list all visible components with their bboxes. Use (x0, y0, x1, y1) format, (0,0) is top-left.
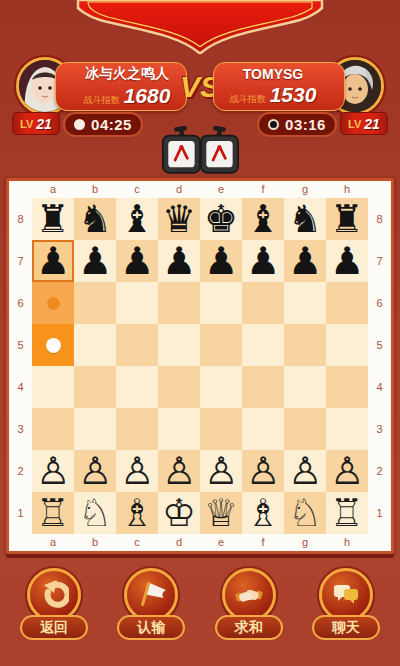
square-h4[interactable] (326, 366, 368, 408)
piece-white-rook: ♖ (326, 492, 368, 534)
rank-label: 7 (368, 240, 391, 282)
piece-white-pawn: ♙ (200, 450, 242, 492)
piece-white-knight: ♘ (74, 492, 116, 534)
timer-value-right: 03:16 (285, 116, 326, 133)
square-f4[interactable] (242, 366, 284, 408)
file-labels-bottom: abcdefgh (32, 534, 368, 551)
top-ribbon-banner (0, 0, 400, 60)
level-value-right: 21 (364, 116, 380, 132)
square-a6[interactable] (32, 282, 74, 324)
chat-button[interactable]: 聊天 (308, 568, 384, 640)
piece-white-pawn: ♙ (326, 450, 368, 492)
piece-black-pawn: ♟ (158, 240, 200, 282)
square-b1[interactable]: ♘ (74, 492, 116, 534)
resign-button-label: 认输 (137, 619, 165, 637)
file-label: h (326, 181, 368, 198)
piece-white-pawn: ♙ (32, 450, 74, 492)
square-h8[interactable]: ♜ (326, 198, 368, 240)
piece-black-bishop: ♝ (116, 198, 158, 240)
rank-label: 2 (9, 450, 32, 492)
level-label-left: LV (20, 118, 33, 130)
app-root: 冰与火之鸣人 战斗指数 1680 LV 21 04:25 VS (0, 0, 400, 666)
white-side-dot-icon (74, 119, 85, 130)
square-a2[interactable]: ♙ (32, 450, 74, 492)
square-c1[interactable]: ♗ (116, 492, 158, 534)
piece-black-pawn: ♟ (242, 240, 284, 282)
square-f8[interactable]: ♝ (242, 198, 284, 240)
square-f7[interactable]: ♟ (242, 240, 284, 282)
footer-toolbar: 返回 认输 (0, 554, 400, 640)
square-f6[interactable] (242, 282, 284, 324)
player-card-right[interactable]: TOMYSG 战斗指数 1530 (213, 62, 345, 111)
square-e6[interactable] (200, 282, 242, 324)
square-b7[interactable]: ♟ (74, 240, 116, 282)
square-d4[interactable] (158, 366, 200, 408)
square-d6[interactable] (158, 282, 200, 324)
rank-label: 1 (368, 492, 391, 534)
rank-labels-left: 87654321 (9, 198, 32, 534)
file-label: f (242, 181, 284, 198)
square-g8[interactable]: ♞ (284, 198, 326, 240)
square-f2[interactable]: ♙ (242, 450, 284, 492)
rank-label: 8 (9, 198, 32, 240)
player-name-right: TOMYSG (243, 66, 303, 82)
rank-label: 5 (368, 324, 391, 366)
chat-button-label: 聊天 (332, 619, 360, 637)
rank-label: 3 (368, 408, 391, 450)
rank-label: 4 (9, 366, 32, 408)
square-a4[interactable] (32, 366, 74, 408)
square-d7[interactable]: ♟ (158, 240, 200, 282)
file-label: a (32, 181, 74, 198)
black-side-dot-icon (268, 119, 279, 130)
square-c5[interactable] (116, 324, 158, 366)
back-button-label: 返回 (40, 619, 68, 637)
chat-button-pill: 聊天 (312, 615, 380, 640)
file-label: d (158, 534, 200, 551)
chess-board: abcdefgh 87654321 ♜♞♝♛♚♝♞♜♟♟♟♟♟♟♟♟♙♙♙♙♙♙… (6, 178, 394, 554)
square-d8[interactable]: ♛ (158, 198, 200, 240)
square-a8[interactable]: ♜ (32, 198, 74, 240)
file-label: g (284, 534, 326, 551)
piece-black-pawn: ♟ (284, 240, 326, 282)
square-e5[interactable] (200, 324, 242, 366)
piece-black-pawn: ♟ (74, 240, 116, 282)
piece-white-knight: ♘ (284, 492, 326, 534)
rank-label: 7 (9, 240, 32, 282)
square-e8[interactable]: ♚ (200, 198, 242, 240)
piece-black-queen: ♛ (158, 198, 200, 240)
file-label: c (116, 534, 158, 551)
square-f1[interactable]: ♗ (242, 492, 284, 534)
back-button-pill: 返回 (20, 615, 88, 640)
rank-label: 3 (9, 408, 32, 450)
square-e4[interactable] (200, 366, 242, 408)
square-f5[interactable] (242, 324, 284, 366)
square-e2[interactable]: ♙ (200, 450, 242, 492)
square-a5[interactable] (32, 324, 74, 366)
level-label-right: LV (348, 118, 361, 130)
square-h5[interactable] (326, 324, 368, 366)
piece-black-pawn: ♟ (326, 240, 368, 282)
square-e7[interactable]: ♟ (200, 240, 242, 282)
board-frame: abcdefgh 87654321 ♜♞♝♛♚♝♞♜♟♟♟♟♟♟♟♟♙♙♙♙♙♙… (9, 181, 391, 551)
square-h1[interactable]: ♖ (326, 492, 368, 534)
file-label: e (200, 181, 242, 198)
square-b4[interactable] (74, 366, 116, 408)
square-g4[interactable] (284, 366, 326, 408)
draw-button-pill: 求和 (215, 615, 283, 640)
undo-arrow-icon (27, 568, 81, 622)
rank-label: 6 (9, 282, 32, 324)
square-b2[interactable]: ♙ (74, 450, 116, 492)
rank-label: 2 (368, 450, 391, 492)
rank-labels-right: 87654321 (368, 198, 391, 534)
square-c3[interactable] (116, 408, 158, 450)
rank-label: 1 (9, 492, 32, 534)
timer-value-left: 04:25 (91, 116, 132, 133)
white-flag-icon (124, 568, 178, 622)
piece-white-bishop: ♗ (242, 492, 284, 534)
square-b5[interactable] (74, 324, 116, 366)
file-label: c (116, 181, 158, 198)
piece-black-pawn: ♟ (200, 240, 242, 282)
file-label: b (74, 181, 116, 198)
move-hint-dot (47, 297, 60, 310)
piece-white-pawn: ♙ (116, 450, 158, 492)
square-a3[interactable] (32, 408, 74, 450)
piece-white-queen: ♕ (200, 492, 242, 534)
square-a1[interactable]: ♖ (32, 492, 74, 534)
rating-value-right: 1530 (270, 83, 317, 107)
square-b8[interactable]: ♞ (74, 198, 116, 240)
square-g3[interactable] (284, 408, 326, 450)
piece-white-pawn: ♙ (242, 450, 284, 492)
piece-black-knight: ♞ (74, 198, 116, 240)
square-e3[interactable] (200, 408, 242, 450)
square-b3[interactable] (74, 408, 116, 450)
square-h2[interactable]: ♙ (326, 450, 368, 492)
resign-button[interactable]: 认输 (113, 568, 189, 640)
square-d2[interactable]: ♙ (158, 450, 200, 492)
square-g5[interactable] (284, 324, 326, 366)
square-g7[interactable]: ♟ (284, 240, 326, 282)
clock-right (199, 126, 239, 176)
square-g1[interactable]: ♘ (284, 492, 326, 534)
rating-label-right: 战斗指数 (230, 93, 266, 106)
square-c7[interactable]: ♟ (116, 240, 158, 282)
timer-left: 04:25 (63, 112, 143, 137)
level-badge-left: LV 21 (12, 112, 60, 135)
rating-row-right: 战斗指数 1530 (230, 83, 317, 107)
file-label: h (326, 534, 368, 551)
move-hint-dot (46, 338, 61, 353)
square-h6[interactable] (326, 282, 368, 324)
back-button[interactable]: 返回 (16, 568, 92, 640)
square-d3[interactable] (158, 408, 200, 450)
square-d1[interactable]: ♔ (158, 492, 200, 534)
piece-white-pawn: ♙ (284, 450, 326, 492)
square-e1[interactable]: ♕ (200, 492, 242, 534)
clock-left (161, 126, 201, 176)
rank-label: 8 (368, 198, 391, 240)
piece-white-king: ♔ (158, 492, 200, 534)
piece-white-rook: ♖ (32, 492, 74, 534)
square-f3[interactable] (242, 408, 284, 450)
piece-black-knight: ♞ (284, 198, 326, 240)
rank-label: 6 (368, 282, 391, 324)
file-label: b (74, 534, 116, 551)
file-labels-top: abcdefgh (32, 181, 368, 198)
square-g2[interactable]: ♙ (284, 450, 326, 492)
square-c6[interactable] (116, 282, 158, 324)
square-d5[interactable] (158, 324, 200, 366)
piece-black-rook: ♜ (326, 198, 368, 240)
file-label: a (32, 534, 74, 551)
board-squares: ♜♞♝♛♚♝♞♜♟♟♟♟♟♟♟♟♙♙♙♙♙♙♙♙♖♘♗♔♕♗♘♖ (32, 198, 368, 534)
square-h7[interactable]: ♟ (326, 240, 368, 282)
chat-bubbles-icon (319, 568, 373, 622)
square-h3[interactable] (326, 408, 368, 450)
rank-label: 5 (9, 324, 32, 366)
square-g6[interactable] (284, 282, 326, 324)
piece-black-king: ♚ (200, 198, 242, 240)
piece-white-pawn: ♙ (158, 450, 200, 492)
piece-black-bishop: ♝ (242, 198, 284, 240)
rank-label: 4 (368, 366, 391, 408)
draw-button[interactable]: 求和 (211, 568, 287, 640)
file-label: f (242, 534, 284, 551)
piece-black-rook: ♜ (32, 198, 74, 240)
square-b6[interactable] (74, 282, 116, 324)
header: 冰与火之鸣人 战斗指数 1680 LV 21 04:25 VS (0, 0, 400, 178)
square-c2[interactable]: ♙ (116, 450, 158, 492)
handshake-icon (222, 568, 276, 622)
file-label: d (158, 181, 200, 198)
file-label: g (284, 181, 326, 198)
piece-white-bishop: ♗ (116, 492, 158, 534)
file-label: e (200, 534, 242, 551)
resign-button-pill: 认输 (117, 615, 185, 640)
level-value-left: 21 (36, 116, 52, 132)
square-c8[interactable]: ♝ (116, 198, 158, 240)
square-a7[interactable]: ♟ (32, 240, 74, 282)
level-badge-right: LV 21 (340, 112, 388, 135)
chess-clock-pair-icon (161, 126, 239, 176)
timer-right: 03:16 (257, 112, 337, 137)
piece-black-pawn: ♟ (116, 240, 158, 282)
square-c4[interactable] (116, 366, 158, 408)
draw-button-label: 求和 (235, 619, 263, 637)
piece-black-pawn: ♟ (32, 240, 74, 282)
piece-white-pawn: ♙ (74, 450, 116, 492)
